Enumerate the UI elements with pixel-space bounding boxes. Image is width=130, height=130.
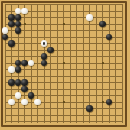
white-stone[interactable] xyxy=(34,99,40,105)
grid-line-horizontal xyxy=(5,17,123,18)
black-stone[interactable] xyxy=(15,14,21,20)
grid-line-horizontal xyxy=(5,56,123,57)
white-stone[interactable] xyxy=(21,8,27,14)
white-stone[interactable] xyxy=(21,99,27,105)
black-stone[interactable] xyxy=(41,53,47,59)
black-stone[interactable] xyxy=(8,21,14,27)
grid-line-vertical xyxy=(115,5,116,123)
grid-line-horizontal xyxy=(5,121,123,122)
grid-line-horizontal xyxy=(5,69,123,70)
grid-line-horizontal xyxy=(5,4,123,5)
star-point xyxy=(63,62,65,64)
black-stone[interactable] xyxy=(47,47,53,53)
go-board[interactable] xyxy=(0,0,130,130)
white-stone[interactable] xyxy=(86,14,92,20)
black-stone[interactable] xyxy=(8,79,14,85)
black-stone[interactable] xyxy=(99,21,105,27)
grid-line-horizontal xyxy=(5,95,123,96)
grid-line-vertical xyxy=(122,5,123,123)
star-point xyxy=(63,101,65,103)
star-point xyxy=(102,62,104,64)
grid-line-horizontal xyxy=(5,76,123,77)
black-stone[interactable] xyxy=(15,79,21,85)
black-stone[interactable] xyxy=(28,92,34,98)
black-stone[interactable] xyxy=(21,60,27,66)
star-point xyxy=(63,23,65,25)
grid-line-vertical xyxy=(76,5,77,123)
grid-line-horizontal xyxy=(5,115,123,116)
grid-line-horizontal xyxy=(5,30,123,31)
black-stone[interactable] xyxy=(86,105,92,111)
grid-line-horizontal xyxy=(5,43,123,44)
white-stone[interactable] xyxy=(8,99,14,105)
grid-line-vertical xyxy=(83,5,84,123)
grid-line-vertical xyxy=(5,5,6,123)
black-stone[interactable] xyxy=(8,14,14,20)
black-stone[interactable] xyxy=(15,27,21,33)
black-stone[interactable] xyxy=(8,40,14,46)
grid-line-vertical xyxy=(70,5,71,123)
grid-line-horizontal xyxy=(5,108,123,109)
white-stone[interactable] xyxy=(15,92,21,98)
grid-line-vertical xyxy=(50,5,51,123)
black-stone[interactable] xyxy=(15,66,21,72)
black-stone[interactable] xyxy=(21,79,27,85)
star-point xyxy=(24,23,26,25)
white-stone[interactable] xyxy=(8,66,14,72)
black-stone[interactable] xyxy=(21,86,27,92)
grid-line-horizontal xyxy=(5,50,123,51)
grid-line-vertical xyxy=(57,5,58,123)
white-stone[interactable] xyxy=(2,27,8,33)
star-point xyxy=(102,101,104,103)
white-stone[interactable] xyxy=(41,40,47,46)
grid-line-vertical xyxy=(96,5,97,123)
